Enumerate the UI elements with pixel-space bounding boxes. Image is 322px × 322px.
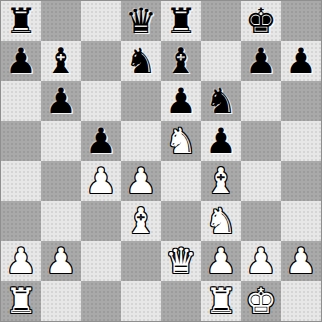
piece-black-pawn[interactable]: ♟ xyxy=(5,41,36,81)
piece-black-knight[interactable]: ♞ xyxy=(125,41,156,81)
piece-white-king[interactable]: ♚ xyxy=(245,281,276,321)
piece-white-bishop[interactable]: ♝ xyxy=(205,161,236,201)
piece-black-pawn[interactable]: ♟ xyxy=(205,121,236,161)
piece-white-pawn[interactable]: ♟ xyxy=(245,241,276,281)
square-h4[interactable] xyxy=(281,161,321,201)
square-b1[interactable] xyxy=(41,281,81,321)
square-g5[interactable] xyxy=(241,121,281,161)
square-a6[interactable] xyxy=(1,81,41,121)
square-e2[interactable]: ♛ xyxy=(161,241,201,281)
square-g2[interactable]: ♟ xyxy=(241,241,281,281)
square-d5[interactable] xyxy=(121,121,161,161)
square-f3[interactable]: ♞ xyxy=(201,201,241,241)
square-a4[interactable] xyxy=(1,161,41,201)
square-c4[interactable]: ♟ xyxy=(81,161,121,201)
piece-white-queen[interactable]: ♛ xyxy=(165,241,196,281)
square-h3[interactable] xyxy=(281,201,321,241)
piece-black-knight[interactable]: ♞ xyxy=(205,81,236,121)
piece-white-knight[interactable]: ♞ xyxy=(165,121,196,161)
square-d2[interactable] xyxy=(121,241,161,281)
piece-black-rook[interactable]: ♜ xyxy=(5,1,36,41)
square-c2[interactable] xyxy=(81,241,121,281)
square-f2[interactable]: ♟ xyxy=(201,241,241,281)
square-a5[interactable] xyxy=(1,121,41,161)
square-d7[interactable]: ♞ xyxy=(121,41,161,81)
square-h8[interactable] xyxy=(281,1,321,41)
piece-white-pawn[interactable]: ♟ xyxy=(125,161,156,201)
square-g3[interactable] xyxy=(241,201,281,241)
piece-white-pawn[interactable]: ♟ xyxy=(5,241,36,281)
square-b5[interactable] xyxy=(41,121,81,161)
square-b6[interactable]: ♟ xyxy=(41,81,81,121)
piece-black-bishop[interactable]: ♝ xyxy=(165,41,196,81)
square-a7[interactable]: ♟ xyxy=(1,41,41,81)
square-f7[interactable] xyxy=(201,41,241,81)
chess-board: ♜♛♜♚♟♝♞♝♟♟♟♟♞♟♞♟♟♟♝♝♞♟♟♛♟♟♟♜♜♚ xyxy=(0,0,322,322)
square-c8[interactable] xyxy=(81,1,121,41)
piece-black-queen[interactable]: ♛ xyxy=(125,1,156,41)
piece-black-bishop[interactable]: ♝ xyxy=(45,41,76,81)
square-c3[interactable] xyxy=(81,201,121,241)
piece-white-pawn[interactable]: ♟ xyxy=(205,241,236,281)
square-a1[interactable]: ♜ xyxy=(1,281,41,321)
piece-white-bishop[interactable]: ♝ xyxy=(125,201,156,241)
square-a8[interactable]: ♜ xyxy=(1,1,41,41)
square-e1[interactable] xyxy=(161,281,201,321)
square-b2[interactable]: ♟ xyxy=(41,241,81,281)
piece-white-rook[interactable]: ♜ xyxy=(205,281,236,321)
square-f5[interactable]: ♟ xyxy=(201,121,241,161)
square-f6[interactable]: ♞ xyxy=(201,81,241,121)
piece-black-pawn[interactable]: ♟ xyxy=(85,121,116,161)
square-d8[interactable]: ♛ xyxy=(121,1,161,41)
square-d6[interactable] xyxy=(121,81,161,121)
piece-black-pawn[interactable]: ♟ xyxy=(285,41,316,81)
piece-black-pawn[interactable]: ♟ xyxy=(245,41,276,81)
piece-white-pawn[interactable]: ♟ xyxy=(45,241,76,281)
square-h7[interactable]: ♟ xyxy=(281,41,321,81)
square-f4[interactable]: ♝ xyxy=(201,161,241,201)
square-b4[interactable] xyxy=(41,161,81,201)
square-g6[interactable] xyxy=(241,81,281,121)
square-b3[interactable] xyxy=(41,201,81,241)
square-h1[interactable] xyxy=(281,281,321,321)
square-c6[interactable] xyxy=(81,81,121,121)
square-e4[interactable] xyxy=(161,161,201,201)
square-d1[interactable] xyxy=(121,281,161,321)
square-f1[interactable]: ♜ xyxy=(201,281,241,321)
square-g1[interactable]: ♚ xyxy=(241,281,281,321)
square-e8[interactable]: ♜ xyxy=(161,1,201,41)
piece-white-knight[interactable]: ♞ xyxy=(205,201,236,241)
square-g7[interactable]: ♟ xyxy=(241,41,281,81)
square-e7[interactable]: ♝ xyxy=(161,41,201,81)
piece-black-pawn[interactable]: ♟ xyxy=(165,81,196,121)
square-c5[interactable]: ♟ xyxy=(81,121,121,161)
piece-white-pawn[interactable]: ♟ xyxy=(285,241,316,281)
piece-black-rook[interactable]: ♜ xyxy=(165,1,196,41)
square-e3[interactable] xyxy=(161,201,201,241)
square-d3[interactable]: ♝ xyxy=(121,201,161,241)
square-g8[interactable]: ♚ xyxy=(241,1,281,41)
square-e5[interactable]: ♞ xyxy=(161,121,201,161)
square-c1[interactable] xyxy=(81,281,121,321)
square-h6[interactable] xyxy=(281,81,321,121)
square-a3[interactable] xyxy=(1,201,41,241)
piece-black-pawn[interactable]: ♟ xyxy=(45,81,76,121)
square-f8[interactable] xyxy=(201,1,241,41)
square-c7[interactable] xyxy=(81,41,121,81)
square-d4[interactable]: ♟ xyxy=(121,161,161,201)
square-b7[interactable]: ♝ xyxy=(41,41,81,81)
square-b8[interactable] xyxy=(41,1,81,41)
piece-white-pawn[interactable]: ♟ xyxy=(85,161,116,201)
square-h5[interactable] xyxy=(281,121,321,161)
square-h2[interactable]: ♟ xyxy=(281,241,321,281)
square-g4[interactable] xyxy=(241,161,281,201)
square-e6[interactable]: ♟ xyxy=(161,81,201,121)
piece-white-rook[interactable]: ♜ xyxy=(5,281,36,321)
piece-black-king[interactable]: ♚ xyxy=(245,1,276,41)
square-a2[interactable]: ♟ xyxy=(1,241,41,281)
